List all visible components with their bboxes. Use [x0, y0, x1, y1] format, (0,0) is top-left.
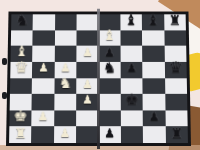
square-r8c2 [31, 127, 54, 143]
square-r5c3: ♞ [54, 78, 76, 94]
square-r5c2 [32, 78, 54, 94]
square-r2c8 [164, 30, 186, 46]
square-r5c5 [99, 78, 121, 94]
square-r2c5: ♝ [99, 30, 121, 46]
square-r8c4 [76, 127, 98, 143]
white-pawn: ♟ [82, 46, 93, 57]
square-r8c6 [121, 127, 143, 143]
square-r8c1: ♜ [9, 127, 32, 143]
square-r5c1 [10, 78, 32, 94]
black-rook: ♜ [169, 14, 181, 27]
black-pawn: ♟ [104, 46, 115, 57]
square-r3c8 [164, 46, 186, 62]
square-r6c2 [32, 94, 54, 110]
square-r3c6 [120, 46, 142, 62]
square-r2c6 [120, 30, 142, 46]
square-r5c6 [121, 78, 143, 94]
square-r7c1: ♚ [9, 110, 32, 126]
square-r1c6: ♝ [120, 14, 142, 30]
square-r4c7 [142, 62, 164, 78]
square-r7c6 [121, 110, 143, 126]
square-r8c7 [143, 127, 166, 143]
black-knight: ♞ [15, 13, 28, 27]
square-r3c3 [55, 46, 77, 62]
board-hinge-clasp [2, 92, 7, 99]
square-r4c6: ♟ [120, 62, 142, 78]
black-bishop: ♝ [125, 13, 138, 27]
square-r7c7: ♟ [143, 110, 165, 126]
black-pawn: ♟ [104, 127, 115, 139]
square-r8c5: ♟ [99, 127, 121, 143]
square-r2c1 [11, 30, 33, 46]
black-pawn: ♟ [149, 111, 160, 123]
square-r4c3: ♟ [54, 62, 76, 78]
square-r7c4 [76, 110, 98, 126]
board-fold-line [97, 9, 100, 149]
board-hinge-clasp [2, 58, 7, 65]
white-pawn: ♟ [60, 62, 71, 74]
black-king: ♚ [125, 92, 139, 108]
square-r7c2: ♟ [32, 110, 54, 126]
square-r5c7 [143, 78, 165, 94]
white-knight: ♞ [59, 77, 72, 92]
white-bishop: ♝ [103, 29, 116, 43]
white-king: ♚ [13, 109, 28, 125]
white-pawn: ♟ [82, 94, 93, 106]
square-r8c8: ♜ [165, 127, 188, 143]
white-bishop: ♝ [15, 45, 28, 59]
black-rook: ♜ [170, 126, 183, 140]
square-r6c8 [165, 94, 187, 110]
square-r3c7 [142, 46, 164, 62]
square-r1c7: ♝ [142, 14, 164, 30]
square-r4c8: ♛ [164, 62, 186, 78]
square-r1c2 [33, 14, 55, 30]
square-r1c1: ♞ [11, 14, 33, 30]
square-r4c5: ♞ [99, 62, 121, 78]
square-r6c3 [54, 94, 76, 110]
white-pawn: ♟ [38, 62, 49, 74]
square-r5c4: ♟ [76, 78, 98, 94]
square-r2c4 [77, 30, 99, 46]
square-r2c7 [142, 30, 164, 46]
square-r4c1: ♛ [10, 62, 32, 78]
black-queen: ♛ [168, 60, 182, 75]
square-r6c7 [143, 94, 165, 110]
chess-board-wrap: ♞♝♝♜♝♝♟♟♛♟♟♞♟♛♞♟♟♚♚♟♟♜♟♟♜ [6, 12, 191, 146]
square-r4c2: ♟ [32, 62, 54, 78]
square-r3c4: ♟ [77, 46, 99, 62]
square-r5c8 [165, 78, 187, 94]
square-r2c3 [55, 30, 77, 46]
square-r3c2 [33, 46, 55, 62]
square-r6c4: ♟ [76, 94, 98, 110]
square-r6c1 [10, 94, 32, 110]
square-r6c6: ♚ [121, 94, 143, 110]
square-r1c4 [77, 14, 99, 30]
square-r7c5 [99, 110, 121, 126]
square-r1c3 [55, 14, 77, 30]
square-r3c1: ♝ [11, 46, 33, 62]
square-r8c3: ♟ [54, 127, 76, 143]
square-r2c2 [33, 30, 55, 46]
black-pawn: ♟ [126, 62, 137, 74]
square-r7c8 [165, 110, 188, 126]
white-pawn: ♟ [37, 111, 48, 123]
black-bishop: ♝ [146, 13, 159, 27]
square-r6c5 [99, 94, 121, 110]
square-r1c5 [99, 14, 121, 30]
square-r1c8: ♜ [164, 14, 186, 30]
white-pawn: ♟ [60, 127, 71, 139]
black-knight: ♞ [103, 61, 116, 75]
square-r7c3 [54, 110, 76, 126]
square-r4c4 [76, 62, 98, 78]
photo-scene: ♞♝♝♜♝♝♟♟♛♟♟♞♟♛♞♟♟♚♚♟♟♜♟♟♜ [0, 0, 200, 150]
white-queen: ♛ [14, 60, 28, 75]
white-pawn: ♟ [82, 78, 93, 90]
white-rook: ♜ [14, 126, 27, 140]
square-r3c5: ♟ [99, 46, 121, 62]
